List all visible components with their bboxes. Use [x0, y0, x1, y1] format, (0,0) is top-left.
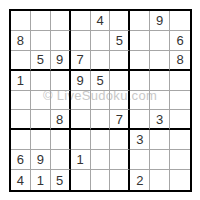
sudoku-page: © LiveSudoku.com 49856597819587336914152: [0, 0, 200, 200]
cell-r6c9[interactable]: [170, 110, 190, 130]
cell-r4c9[interactable]: [170, 71, 190, 91]
cell-r6c8[interactable]: 3: [150, 110, 170, 130]
cell-r7c8[interactable]: [150, 130, 170, 150]
cell-r5c6[interactable]: [110, 91, 130, 111]
cell-r7c5[interactable]: [91, 130, 111, 150]
cell-r3c7[interactable]: [130, 51, 150, 71]
cell-r5c9[interactable]: [170, 91, 190, 111]
cell-r7c2[interactable]: [31, 130, 51, 150]
cell-r9c6[interactable]: [110, 170, 130, 190]
cell-r8c9[interactable]: [170, 150, 190, 170]
cell-r7c7[interactable]: 3: [130, 130, 150, 150]
cell-r6c1[interactable]: [11, 110, 31, 130]
cell-r2c3[interactable]: [51, 31, 71, 51]
cell-r2c4[interactable]: [71, 31, 91, 51]
cell-r9c9[interactable]: [170, 170, 190, 190]
cell-r4c7[interactable]: [130, 71, 150, 91]
cell-r8c5[interactable]: [91, 150, 111, 170]
cell-r1c6[interactable]: [110, 11, 130, 31]
cell-r3c2[interactable]: 5: [31, 51, 51, 71]
cell-r8c3[interactable]: [51, 150, 71, 170]
cell-r8c6[interactable]: [110, 150, 130, 170]
cell-r2c6[interactable]: 5: [110, 31, 130, 51]
cell-r5c5[interactable]: [91, 91, 111, 111]
cell-r9c1[interactable]: 4: [11, 170, 31, 190]
cell-r3c4[interactable]: 7: [71, 51, 91, 71]
cell-r6c6[interactable]: 7: [110, 110, 130, 130]
cell-r4c2[interactable]: [31, 71, 51, 91]
cell-r1c8[interactable]: 9: [150, 11, 170, 31]
cell-r8c7[interactable]: [130, 150, 150, 170]
cell-r9c5[interactable]: [91, 170, 111, 190]
cell-r1c3[interactable]: [51, 11, 71, 31]
cell-r2c1[interactable]: 8: [11, 31, 31, 51]
cell-r2c2[interactable]: [31, 31, 51, 51]
cell-r5c1[interactable]: [11, 91, 31, 111]
cell-r7c1[interactable]: [11, 130, 31, 150]
cell-r6c4[interactable]: [71, 110, 91, 130]
cell-r3c5[interactable]: [91, 51, 111, 71]
cell-r6c7[interactable]: [130, 110, 150, 130]
cell-r1c4[interactable]: [71, 11, 91, 31]
cell-r4c3[interactable]: [51, 71, 71, 91]
cell-r9c3[interactable]: 5: [51, 170, 71, 190]
cell-r6c2[interactable]: [31, 110, 51, 130]
cell-r7c3[interactable]: [51, 130, 71, 150]
cell-r1c9[interactable]: [170, 11, 190, 31]
cell-r6c3[interactable]: 8: [51, 110, 71, 130]
cell-r5c3[interactable]: [51, 91, 71, 111]
cell-r7c6[interactable]: [110, 130, 130, 150]
cell-r2c8[interactable]: [150, 31, 170, 51]
cell-r7c9[interactable]: [170, 130, 190, 150]
cell-r2c9[interactable]: 6: [170, 31, 190, 51]
cell-r4c1[interactable]: 1: [11, 71, 31, 91]
cell-r8c1[interactable]: 6: [11, 150, 31, 170]
cell-r4c4[interactable]: 9: [71, 71, 91, 91]
cell-r3c9[interactable]: 8: [170, 51, 190, 71]
cell-r5c2[interactable]: [31, 91, 51, 111]
cell-r8c2[interactable]: 9: [31, 150, 51, 170]
cell-r3c1[interactable]: [11, 51, 31, 71]
cell-r9c7[interactable]: 2: [130, 170, 150, 190]
cell-r8c4[interactable]: 1: [71, 150, 91, 170]
cell-r1c5[interactable]: 4: [91, 11, 111, 31]
cell-r5c8[interactable]: [150, 91, 170, 111]
cell-r9c2[interactable]: 1: [31, 170, 51, 190]
cell-r3c8[interactable]: [150, 51, 170, 71]
cell-r2c7[interactable]: [130, 31, 150, 51]
cell-r6c5[interactable]: [91, 110, 111, 130]
cell-r8c8[interactable]: [150, 150, 170, 170]
cell-r2c5[interactable]: [91, 31, 111, 51]
cell-r3c6[interactable]: [110, 51, 130, 71]
cell-r4c8[interactable]: [150, 71, 170, 91]
cell-r4c5[interactable]: 5: [91, 71, 111, 91]
cell-r1c1[interactable]: [11, 11, 31, 31]
cell-r4c6[interactable]: [110, 71, 130, 91]
cell-r5c7[interactable]: [130, 91, 150, 111]
cell-r5c4[interactable]: [71, 91, 91, 111]
cell-r3c3[interactable]: 9: [51, 51, 71, 71]
cell-r9c8[interactable]: [150, 170, 170, 190]
cell-r9c4[interactable]: [71, 170, 91, 190]
cell-r1c2[interactable]: [31, 11, 51, 31]
cell-r7c4[interactable]: [71, 130, 91, 150]
sudoku-board: 49856597819587336914152: [9, 9, 192, 192]
cell-r1c7[interactable]: [130, 11, 150, 31]
